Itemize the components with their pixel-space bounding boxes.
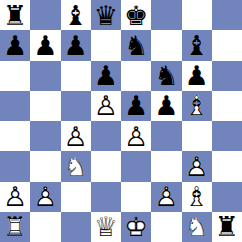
square-a1[interactable]: ♜♖: [0, 212, 30, 242]
square-g3[interactable]: ♟♙: [182, 151, 212, 181]
white-bishop-icon: ♗: [182, 91, 212, 121]
black-king-icon: ♚: [121, 0, 151, 30]
piece-black-rook[interactable]: ♜: [212, 212, 242, 242]
square-h6[interactable]: [212, 61, 242, 91]
piece-white-pawn[interactable]: ♟♙: [151, 182, 181, 212]
black-pawn-icon: ♟: [151, 91, 181, 121]
square-f7[interactable]: [151, 30, 181, 60]
piece-black-pawn[interactable]: ♟: [151, 91, 181, 121]
piece-white-pawn[interactable]: ♟♙: [91, 91, 121, 121]
square-b5[interactable]: [30, 91, 60, 121]
square-b3[interactable]: [30, 151, 60, 181]
square-c7[interactable]: ♟: [61, 30, 91, 60]
square-g2[interactable]: ♝♗: [182, 182, 212, 212]
piece-white-knight[interactable]: ♞♘: [182, 212, 212, 242]
square-b7[interactable]: ♟: [30, 30, 60, 60]
square-h4[interactable]: [212, 121, 242, 151]
square-h3[interactable]: [212, 151, 242, 181]
square-e4[interactable]: ♟♙: [121, 121, 151, 151]
piece-white-queen[interactable]: ♛♕: [91, 212, 121, 242]
square-b1[interactable]: [30, 212, 60, 242]
white-pawn-icon: ♙: [121, 121, 151, 151]
square-e8[interactable]: ♚: [121, 0, 151, 30]
square-b4[interactable]: [30, 121, 60, 151]
square-d5[interactable]: ♟♙: [91, 91, 121, 121]
black-bishop-icon: ♝: [182, 30, 212, 60]
piece-white-knight[interactable]: ♞♘: [61, 151, 91, 181]
piece-black-pawn[interactable]: ♟: [61, 30, 91, 60]
piece-white-pawn[interactable]: ♟♙: [61, 121, 91, 151]
white-pawn-icon: ♙: [61, 121, 91, 151]
piece-black-pawn[interactable]: ♟: [30, 30, 60, 60]
square-f6[interactable]: ♞: [151, 61, 181, 91]
square-a5[interactable]: [0, 91, 30, 121]
white-pawn-icon: ♙: [151, 182, 181, 212]
piece-white-pawn[interactable]: ♟♙: [0, 182, 30, 212]
square-c3[interactable]: ♞♘: [61, 151, 91, 181]
piece-black-king[interactable]: ♚: [121, 0, 151, 30]
square-h5[interactable]: [212, 91, 242, 121]
square-h1[interactable]: ♜: [212, 212, 242, 242]
square-g7[interactable]: ♝: [182, 30, 212, 60]
square-g8[interactable]: [182, 0, 212, 30]
piece-black-knight[interactable]: ♞: [121, 30, 151, 60]
square-c5[interactable]: [61, 91, 91, 121]
square-b6[interactable]: [30, 61, 60, 91]
square-f4[interactable]: [151, 121, 181, 151]
black-pawn-icon: ♟: [91, 61, 121, 91]
square-d1[interactable]: ♛♕: [91, 212, 121, 242]
square-a2[interactable]: ♟♙: [0, 182, 30, 212]
square-d6[interactable]: ♟: [91, 61, 121, 91]
square-c4[interactable]: ♟♙: [61, 121, 91, 151]
piece-white-pawn[interactable]: ♟♙: [182, 151, 212, 181]
piece-black-bishop[interactable]: ♝: [182, 30, 212, 60]
square-e7[interactable]: ♞: [121, 30, 151, 60]
square-g6[interactable]: ♟: [182, 61, 212, 91]
square-h7[interactable]: [212, 30, 242, 60]
square-c2[interactable]: [61, 182, 91, 212]
square-e2[interactable]: [121, 182, 151, 212]
square-a6[interactable]: [0, 61, 30, 91]
square-f2[interactable]: ♟♙: [151, 182, 181, 212]
piece-black-pawn[interactable]: ♟: [91, 61, 121, 91]
square-h2[interactable]: [212, 182, 242, 212]
black-pawn-icon: ♟: [61, 30, 91, 60]
square-a4[interactable]: [0, 121, 30, 151]
black-pawn-icon: ♟: [182, 61, 212, 91]
black-bishop-icon: ♝: [61, 0, 91, 30]
white-pawn-icon: ♙: [91, 91, 121, 121]
white-knight-icon: ♘: [182, 212, 212, 242]
square-e1[interactable]: ♚♔: [121, 212, 151, 242]
black-pawn-icon: ♟: [30, 30, 60, 60]
square-g5[interactable]: ♝♗: [182, 91, 212, 121]
black-knight-icon: ♞: [151, 61, 181, 91]
square-d2[interactable]: [91, 182, 121, 212]
square-c8[interactable]: ♝: [61, 0, 91, 30]
piece-white-pawn[interactable]: ♟♙: [121, 121, 151, 151]
square-c1[interactable]: [61, 212, 91, 242]
square-e5[interactable]: ♟: [121, 91, 151, 121]
square-d3[interactable]: [91, 151, 121, 181]
piece-white-king[interactable]: ♚♔: [121, 212, 151, 242]
piece-white-pawn[interactable]: ♟♙: [30, 182, 60, 212]
piece-black-pawn[interactable]: ♟: [121, 91, 151, 121]
white-king-icon: ♔: [121, 212, 151, 242]
white-knight-icon: ♘: [61, 151, 91, 181]
white-pawn-icon: ♙: [30, 182, 60, 212]
piece-white-bishop[interactable]: ♝♗: [182, 91, 212, 121]
black-rook-icon: ♜: [0, 0, 30, 30]
square-d7[interactable]: [91, 30, 121, 60]
square-d8[interactable]: ♛: [91, 0, 121, 30]
square-a7[interactable]: ♟: [0, 30, 30, 60]
white-queen-icon: ♕: [91, 212, 121, 242]
square-g1[interactable]: ♞♘: [182, 212, 212, 242]
white-bishop-icon: ♗: [182, 182, 212, 212]
piece-black-rook[interactable]: ♜: [0, 0, 30, 30]
piece-black-pawn[interactable]: ♟: [182, 61, 212, 91]
piece-white-bishop[interactable]: ♝♗: [182, 182, 212, 212]
square-d4[interactable]: [91, 121, 121, 151]
square-h8[interactable]: [212, 0, 242, 30]
square-e3[interactable]: [121, 151, 151, 181]
square-e6[interactable]: [121, 61, 151, 91]
white-rook-icon: ♖: [0, 212, 30, 242]
square-c6[interactable]: [61, 61, 91, 91]
piece-black-queen[interactable]: ♛: [91, 0, 121, 30]
square-a8[interactable]: ♜: [0, 0, 30, 30]
square-b2[interactable]: ♟♙: [30, 182, 60, 212]
piece-black-knight[interactable]: ♞: [151, 61, 181, 91]
black-queen-icon: ♛: [91, 0, 121, 30]
square-f8[interactable]: [151, 0, 181, 30]
white-pawn-icon: ♙: [0, 182, 30, 212]
piece-black-pawn[interactable]: ♟: [0, 30, 30, 60]
square-f1[interactable]: [151, 212, 181, 242]
square-g4[interactable]: [182, 121, 212, 151]
piece-white-rook[interactable]: ♜♖: [0, 212, 30, 242]
black-pawn-icon: ♟: [0, 30, 30, 60]
square-b8[interactable]: [30, 0, 60, 30]
square-f3[interactable]: [151, 151, 181, 181]
square-a3[interactable]: [0, 151, 30, 181]
square-f5[interactable]: ♟: [151, 91, 181, 121]
chess-board: ♜♝♛♚♟♟♟♞♝♟♞♟♟♙♟♟♝♗♟♙♟♙♞♘♟♙♟♙♟♙♟♙♝♗♜♖♛♕♚♔…: [0, 0, 242, 242]
black-rook-icon: ♜: [212, 212, 242, 242]
piece-black-bishop[interactable]: ♝: [61, 0, 91, 30]
black-knight-icon: ♞: [121, 30, 151, 60]
white-pawn-icon: ♙: [182, 151, 212, 181]
black-pawn-icon: ♟: [121, 91, 151, 121]
